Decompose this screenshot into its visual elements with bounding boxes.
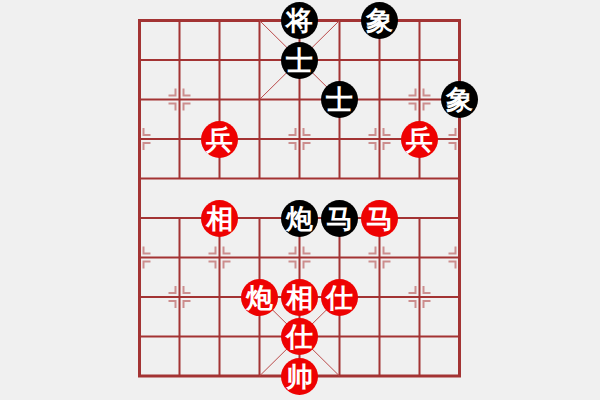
piece-glyph: 士 <box>321 81 358 118</box>
piece-black-elephant[interactable]: 象 <box>360 1 400 41</box>
piece-glyph: 仕 <box>321 279 358 316</box>
piece-glyph: 兵 <box>401 121 438 158</box>
piece-glyph: 仕 <box>281 318 318 355</box>
piece-red-general[interactable]: 帅 <box>280 356 320 396</box>
piece-red-cannon[interactable]: 炮 <box>240 277 280 317</box>
piece-black-cannon[interactable]: 炮 <box>280 198 320 238</box>
piece-black-advisor[interactable]: 士 <box>320 80 360 120</box>
piece-glyph: 相 <box>201 200 238 237</box>
piece-glyph: 将 <box>281 2 318 39</box>
piece-red-horse[interactable]: 马 <box>360 198 400 238</box>
piece-glyph: 马 <box>321 200 358 237</box>
piece-black-general[interactable]: 将 <box>280 1 320 41</box>
xiangqi-board: 将象士士象兵兵相炮马马炮相仕仕帅 <box>0 0 600 400</box>
piece-black-advisor[interactable]: 士 <box>280 40 320 80</box>
piece-red-advisor[interactable]: 仕 <box>320 277 360 317</box>
piece-glyph: 帅 <box>281 358 318 395</box>
piece-glyph: 马 <box>361 200 398 237</box>
piece-black-horse[interactable]: 马 <box>320 198 360 238</box>
piece-glyph: 士 <box>281 42 318 79</box>
board-grid: 将象士士象兵兵相炮马马炮相仕仕帅 <box>120 1 480 396</box>
piece-red-elephant[interactable]: 相 <box>280 277 320 317</box>
piece-glyph: 炮 <box>281 200 318 237</box>
piece-glyph: 象 <box>441 81 478 118</box>
piece-glyph: 炮 <box>241 279 278 316</box>
piece-red-soldier[interactable]: 兵 <box>400 119 440 159</box>
piece-red-elephant[interactable]: 相 <box>200 198 240 238</box>
piece-glyph: 相 <box>281 279 318 316</box>
piece-red-soldier[interactable]: 兵 <box>200 119 240 159</box>
piece-black-elephant[interactable]: 象 <box>440 80 480 120</box>
piece-glyph: 象 <box>361 2 398 39</box>
piece-red-advisor[interactable]: 仕 <box>280 317 320 357</box>
piece-glyph: 兵 <box>201 121 238 158</box>
